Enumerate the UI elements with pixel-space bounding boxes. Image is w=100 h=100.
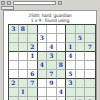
cell-r8c7[interactable] xyxy=(66,88,76,97)
cell-r9c9[interactable]: 9 xyxy=(85,97,95,100)
cell-r6c2[interactable] xyxy=(19,70,29,79)
cell-r2c2[interactable] xyxy=(19,34,29,43)
cell-r4c6[interactable] xyxy=(57,52,67,61)
cell-r9c6[interactable] xyxy=(57,97,67,100)
cell-r5c4[interactable]: 4 xyxy=(38,61,48,70)
cell-r6c8[interactable] xyxy=(76,70,86,79)
cell-r1c1[interactable]: 3 xyxy=(9,25,19,34)
back-button[interactable] xyxy=(1,1,5,5)
cell-r9c4[interactable] xyxy=(38,97,48,100)
cell-r8c4[interactable] xyxy=(38,88,48,97)
cell-r3c7[interactable]: 1 xyxy=(66,43,76,52)
cell-r7c1[interactable]: 2 xyxy=(9,79,19,88)
cell-r4c1[interactable] xyxy=(9,52,19,61)
cell-r4c3[interactable]: 1 xyxy=(28,52,38,61)
cell-r5c1[interactable] xyxy=(9,61,19,70)
cell-r2c3[interactable] xyxy=(28,34,38,43)
cell-r3c5[interactable]: 4 xyxy=(47,43,57,52)
cell-r7c8[interactable] xyxy=(76,79,86,88)
cell-r3c9[interactable]: 7 xyxy=(85,43,95,52)
cell-r4c8[interactable] xyxy=(76,52,86,61)
cell-r1c9[interactable] xyxy=(85,25,95,34)
cell-r3c6[interactable] xyxy=(57,43,67,52)
cell-r1c5[interactable] xyxy=(47,25,57,34)
cell-r7c7[interactable]: 3 xyxy=(66,79,76,88)
cell-r5c2[interactable] xyxy=(19,61,29,70)
go-button[interactable] xyxy=(58,1,62,5)
cell-r9c3[interactable] xyxy=(28,97,38,100)
puzzle-subtitle: 1 x 9 : found using xyxy=(4,18,96,23)
cell-r6c6[interactable] xyxy=(57,70,67,79)
cell-r3c4[interactable] xyxy=(38,43,48,52)
cell-r9c1[interactable] xyxy=(9,97,19,100)
cell-r3c8[interactable] xyxy=(76,43,86,52)
image-panel: 2500: hard: guardian 1 x 9 : found using… xyxy=(3,10,97,100)
cell-r3c3[interactable]: 2 xyxy=(28,43,38,52)
cell-r8c6[interactable]: 4 xyxy=(57,88,67,97)
cell-r7c3[interactable]: 7 xyxy=(28,79,38,88)
cell-r6c3[interactable]: 6 xyxy=(28,70,38,79)
cell-r5c6[interactable]: 8 xyxy=(57,61,67,70)
cell-r8c2[interactable]: 1 xyxy=(19,88,29,97)
cell-r7c4[interactable] xyxy=(38,79,48,88)
cell-r8c5[interactable] xyxy=(47,88,57,97)
cell-r4c4[interactable] xyxy=(38,52,48,61)
cell-r1c3[interactable] xyxy=(28,25,38,34)
cell-r6c7[interactable]: 5 xyxy=(66,70,76,79)
cell-r1c8[interactable] xyxy=(76,25,86,34)
cell-r1c6[interactable] xyxy=(57,25,67,34)
cell-r2c4[interactable]: 3 xyxy=(38,34,48,43)
cell-r6c4[interactable] xyxy=(38,70,48,79)
cell-r1c4[interactable] xyxy=(38,25,48,34)
cell-r2c6[interactable] xyxy=(57,34,67,43)
cell-r3c1[interactable] xyxy=(9,43,19,52)
cell-r2c9[interactable] xyxy=(85,34,95,43)
cell-r5c3[interactable] xyxy=(28,61,38,70)
cell-r4c5[interactable]: 3 xyxy=(47,52,57,61)
cell-r2c1[interactable] xyxy=(9,34,19,43)
cell-r2c7[interactable] xyxy=(66,34,76,43)
forward-button[interactable] xyxy=(7,1,11,5)
cell-r8c3[interactable] xyxy=(28,88,38,97)
cell-r8c8[interactable] xyxy=(76,88,86,97)
cell-r2c5[interactable] xyxy=(47,34,57,43)
cell-r5c9[interactable] xyxy=(85,61,95,70)
cell-r3c2[interactable] xyxy=(19,43,29,52)
cell-r9c2[interactable] xyxy=(19,97,29,100)
cell-r9c8[interactable]: 7 xyxy=(76,97,86,100)
cell-r6c9[interactable] xyxy=(85,70,95,79)
cell-r7c2[interactable] xyxy=(19,79,29,88)
cell-r5c5[interactable] xyxy=(47,61,57,70)
cell-r8c1[interactable] xyxy=(9,88,19,97)
cell-r5c8[interactable] xyxy=(76,61,86,70)
address-bar[interactable] xyxy=(13,1,56,5)
cell-r6c5[interactable]: 7 xyxy=(47,70,57,79)
cell-r1c7[interactable] xyxy=(66,25,76,34)
sudoku-board: 383524171344867527931479 xyxy=(8,24,96,100)
cell-r9c5[interactable] xyxy=(47,97,57,100)
cell-r2c8[interactable]: 5 xyxy=(76,34,86,43)
cell-r7c5[interactable]: 9 xyxy=(47,79,57,88)
cell-r7c9[interactable] xyxy=(85,79,95,88)
cell-r7c6[interactable] xyxy=(57,79,67,88)
cell-r6c1[interactable] xyxy=(9,70,19,79)
cell-r1c2[interactable]: 8 xyxy=(19,25,29,34)
cell-r9c7[interactable] xyxy=(66,97,76,100)
cell-r4c9[interactable] xyxy=(85,52,95,61)
app-window: 2500: hard: guardian 1 x 9 : found using… xyxy=(0,0,100,100)
cell-r5c7[interactable] xyxy=(66,61,76,70)
cell-r8c9[interactable] xyxy=(85,88,95,97)
cell-r4c7[interactable]: 4 xyxy=(66,52,76,61)
cell-r4c2[interactable] xyxy=(19,52,29,61)
